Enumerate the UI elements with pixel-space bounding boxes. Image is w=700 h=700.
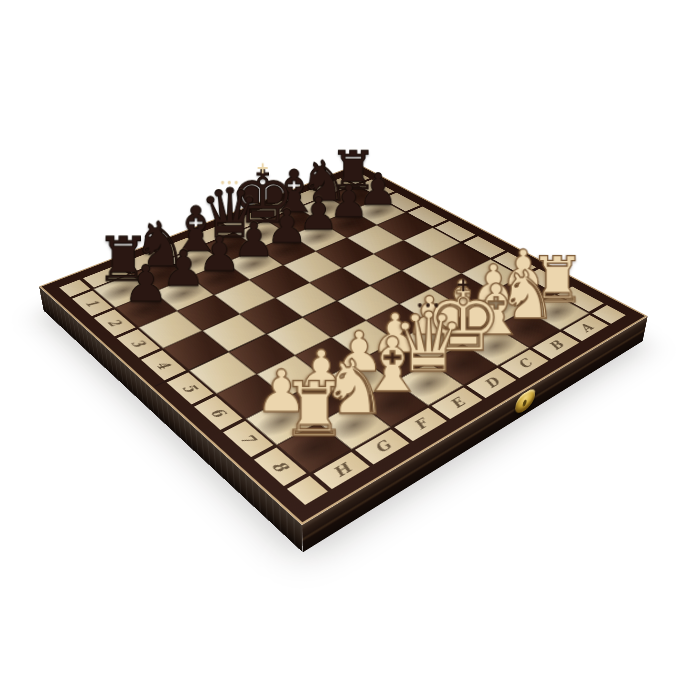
piece-black-pawn[interactable]: ♟ — [110, 259, 183, 310]
black-queen-finial-icon: ••• — [197, 179, 264, 188]
board-scene: ♜♞♝♛•••♚+♝♞♜♟♟♟♟♟♟♟♟♟♟♟♟♟♟♟♟♜♞♝♛•••♚+♝♞♜… — [39, 164, 648, 525]
chessboard: ♜♞♝♛•••♚+♝♞♜♟♟♟♟♟♟♟♟♟♟♟♟♟♟♟♟♜♞♝♛•••♚+♝♞♜… — [39, 164, 648, 525]
photo-background: ♜♞♝♛•••♚+♝♞♜♟♟♟♟♟♟♟♟♟♟♟♟♟♟♟♟♜♞♝♛•••♚+♝♞♜… — [0, 0, 700, 700]
piece-white-rook[interactable]: ♜ — [271, 373, 358, 448]
square-g3[interactable] — [177, 295, 239, 331]
white-king-finial-icon: + — [424, 276, 502, 295]
white-queen-finial-icon: ••• — [389, 301, 469, 312]
